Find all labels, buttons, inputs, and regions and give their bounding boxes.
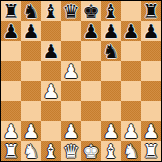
piece-black-pawn: ♟ [42,41,59,61]
square-d5[interactable]: ♟ [61,61,81,81]
square-b3[interactable] [21,101,41,121]
square-c5[interactable] [41,61,61,81]
square-c3[interactable] [41,101,61,121]
square-d4[interactable] [61,81,81,101]
square-b7[interactable]: ♟ [21,21,41,41]
square-c1[interactable]: ♝ [41,141,61,161]
piece-white-pawn: ♟ [142,121,159,141]
piece-black-rook: ♜ [2,1,19,21]
square-g4[interactable] [121,81,141,101]
square-c4[interactable]: ♟ [41,81,61,101]
square-e2[interactable] [81,121,101,141]
square-f1[interactable]: ♝ [101,141,121,161]
square-d3[interactable] [61,101,81,121]
piece-black-bishop: ♝ [102,1,119,21]
square-d8[interactable]: ♛ [61,1,81,21]
square-g5[interactable] [121,61,141,81]
square-d1[interactable]: ♛ [61,141,81,161]
piece-black-pawn: ♟ [22,21,39,41]
square-b4[interactable] [21,81,41,101]
square-d2[interactable]: ♟ [61,121,81,141]
piece-black-knight: ♞ [22,1,39,21]
square-a5[interactable] [1,61,21,81]
piece-white-bishop: ♝ [102,141,119,161]
piece-white-queen: ♛ [62,141,79,161]
square-d7[interactable] [61,21,81,41]
square-f3[interactable] [101,101,121,121]
chess-board: ♜♞♝♛♚♝♜♟♟♟♟♟♟♟♞♟♟♟♟♟♟♟♟♜♞♝♛♚♝♞♜ [0,0,162,162]
square-h4[interactable] [141,81,161,101]
piece-white-pawn: ♟ [2,121,19,141]
square-a2[interactable]: ♟ [1,121,21,141]
square-g2[interactable]: ♟ [121,121,141,141]
square-g7[interactable]: ♟ [121,21,141,41]
piece-black-knight: ♞ [102,41,119,61]
square-b1[interactable]: ♞ [21,141,41,161]
piece-black-pawn: ♟ [142,21,159,41]
piece-black-pawn: ♟ [82,21,99,41]
square-h2[interactable]: ♟ [141,121,161,141]
piece-black-rook: ♜ [142,1,159,21]
square-a3[interactable] [1,101,21,121]
square-h8[interactable]: ♜ [141,1,161,21]
piece-white-rook: ♜ [142,141,159,161]
square-h1[interactable]: ♜ [141,141,161,161]
piece-white-knight: ♞ [122,141,139,161]
square-g3[interactable] [121,101,141,121]
piece-white-king: ♚ [82,141,99,161]
square-b6[interactable] [21,41,41,61]
piece-white-pawn: ♟ [42,81,59,101]
square-f6[interactable]: ♞ [101,41,121,61]
square-b5[interactable] [21,61,41,81]
piece-black-pawn: ♟ [2,21,19,41]
square-a4[interactable] [1,81,21,101]
piece-black-pawn: ♟ [122,21,139,41]
piece-white-rook: ♜ [2,141,19,161]
square-h5[interactable] [141,61,161,81]
square-e6[interactable] [81,41,101,61]
square-e7[interactable]: ♟ [81,21,101,41]
square-a1[interactable]: ♜ [1,141,21,161]
piece-black-bishop: ♝ [42,1,59,21]
piece-white-pawn: ♟ [22,121,39,141]
square-g8[interactable] [121,1,141,21]
piece-white-pawn: ♟ [102,121,119,141]
square-g1[interactable]: ♞ [121,141,141,161]
piece-white-bishop: ♝ [42,141,59,161]
square-c8[interactable]: ♝ [41,1,61,21]
square-b2[interactable]: ♟ [21,121,41,141]
square-f7[interactable]: ♟ [101,21,121,41]
square-e3[interactable] [81,101,101,121]
square-b8[interactable]: ♞ [21,1,41,21]
square-e4[interactable] [81,81,101,101]
piece-black-king: ♚ [82,1,99,21]
piece-white-knight: ♞ [22,141,39,161]
piece-black-pawn: ♟ [102,21,119,41]
piece-black-queen: ♛ [62,1,79,21]
square-d6[interactable] [61,41,81,61]
square-h6[interactable] [141,41,161,61]
square-a8[interactable]: ♜ [1,1,21,21]
square-f4[interactable] [101,81,121,101]
square-a6[interactable] [1,41,21,61]
square-f8[interactable]: ♝ [101,1,121,21]
square-f2[interactable]: ♟ [101,121,121,141]
piece-white-pawn: ♟ [62,61,79,81]
square-f5[interactable] [101,61,121,81]
square-e1[interactable]: ♚ [81,141,101,161]
square-c6[interactable]: ♟ [41,41,61,61]
square-e8[interactable]: ♚ [81,1,101,21]
square-g6[interactable] [121,41,141,61]
square-c2[interactable] [41,121,61,141]
piece-white-pawn: ♟ [122,121,139,141]
square-a7[interactable]: ♟ [1,21,21,41]
square-h3[interactable] [141,101,161,121]
square-h7[interactable]: ♟ [141,21,161,41]
square-e5[interactable] [81,61,101,81]
square-c7[interactable] [41,21,61,41]
piece-white-pawn: ♟ [62,121,79,141]
